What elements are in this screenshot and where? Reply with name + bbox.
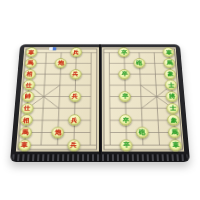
piece-character: 士 [169, 106, 176, 112]
xiangqi-piece-red-advisor[interactable]: 仕 [21, 103, 34, 114]
piece-character: 相 [27, 71, 33, 76]
xiangqi-piece-red-horse[interactable]: 馬 [19, 127, 32, 139]
xiangqi-piece-green-soldier[interactable]: 卒 [119, 115, 132, 127]
xiangqi-piece-red-general[interactable]: 帥 [22, 91, 35, 102]
piece-character: 兵 [72, 94, 78, 100]
xiangqi-piece-green-chariot[interactable]: 車 [162, 48, 174, 58]
xiangqi-piece-green-soldier[interactable]: 卒 [118, 69, 130, 79]
piece-character: 將 [169, 94, 176, 100]
xiangqi-piece-red-cannon[interactable]: 炮 [51, 127, 64, 139]
xiangqi-piece-green-cannon[interactable]: 砲 [135, 127, 148, 139]
xiangqi-piece-red-soldier[interactable]: 兵 [70, 48, 82, 58]
piece-character: 士 [168, 83, 174, 88]
xiangqi-piece-red-chariot[interactable]: 車 [18, 139, 32, 151]
xiangqi-piece-green-advisor[interactable]: 士 [166, 103, 179, 114]
xiangqi-piece-red-elephant[interactable]: 相 [23, 69, 36, 79]
piece-character: 炮 [55, 130, 62, 136]
piece-character: 車 [166, 50, 172, 55]
piece-character: 仕 [24, 106, 31, 112]
xiangqi-piece-red-chariot[interactable]: 車 [25, 48, 37, 58]
xiangqi-piece-red-advisor[interactable]: 仕 [23, 80, 36, 91]
piece-character: 象 [167, 71, 173, 76]
piece-character: 馬 [166, 61, 172, 66]
piece-character: 卒 [122, 94, 128, 100]
xiangqi-piece-green-cannon[interactable]: 砲 [133, 58, 145, 68]
board-half-left: 車馬相仕帥仕相馬車炮炮兵兵兵兵兵 [16, 47, 99, 151]
xiangqi-piece-red-soldier[interactable]: 兵 [67, 139, 80, 151]
brand-sticker [49, 47, 56, 50]
hinge-gap [99, 44, 101, 162]
xiangqi-piece-green-soldier[interactable]: 卒 [120, 139, 133, 151]
piece-character: 兵 [71, 117, 77, 123]
piece-character: 車 [28, 50, 34, 55]
xiangqi-piece-green-horse[interactable]: 馬 [163, 58, 176, 68]
piece-grid-right: 卒卒卒卒卒砲砲車馬象士將士象馬車 [101, 47, 184, 151]
piece-character: 車 [21, 142, 28, 148]
piece-character: 兵 [73, 50, 79, 55]
piece-character: 仕 [26, 83, 32, 88]
xiangqi-piece-green-chariot[interactable]: 車 [169, 139, 183, 151]
piece-character: 卒 [123, 142, 130, 148]
piece-character: 象 [170, 117, 177, 123]
xiangqi-piece-red-soldier[interactable]: 兵 [68, 115, 81, 127]
piece-character: 砲 [139, 130, 146, 136]
board-frame: 車馬相仕帥仕相馬車炮炮兵兵兵兵兵 卒卒卒卒卒砲砲車馬象士將士象馬車 [10, 44, 190, 162]
piece-character: 馬 [27, 61, 33, 66]
xiangqi-piece-red-elephant[interactable]: 相 [20, 115, 33, 127]
xiangqi-piece-green-soldier[interactable]: 卒 [118, 48, 130, 58]
piece-character: 卒 [121, 71, 127, 76]
product-photo: 車馬相仕帥仕相馬車炮炮兵兵兵兵兵 卒卒卒卒卒砲砲車馬象士將士象馬車 [0, 0, 200, 200]
xiangqi-piece-green-general[interactable]: 將 [165, 91, 178, 102]
piece-character: 帥 [25, 94, 32, 100]
xiangqi-piece-red-soldier[interactable]: 兵 [70, 69, 82, 79]
piece-character: 馬 [22, 130, 29, 136]
piece-grid-left: 車馬相仕帥仕相馬車炮炮兵兵兵兵兵 [16, 47, 99, 151]
xiangqi-piece-green-soldier[interactable]: 卒 [119, 91, 131, 102]
piece-character: 卒 [121, 50, 127, 55]
board-half-right: 卒卒卒卒卒砲砲車馬象士將士象馬車 [101, 47, 184, 151]
piece-character: 馬 [171, 130, 178, 136]
xiangqi-piece-red-soldier[interactable]: 兵 [69, 91, 81, 102]
xiangqi-piece-green-elephant[interactable]: 象 [164, 69, 177, 79]
xiangqi-folding-set: 車馬相仕帥仕相馬車炮炮兵兵兵兵兵 卒卒卒卒卒砲砲車馬象士將士象馬車 [10, 44, 190, 162]
piece-character: 車 [172, 142, 179, 148]
xiangqi-piece-green-horse[interactable]: 馬 [168, 127, 181, 139]
piece-character: 卒 [122, 117, 128, 123]
xiangqi-piece-red-cannon[interactable]: 炮 [55, 58, 67, 68]
xiangqi-piece-red-horse[interactable]: 馬 [24, 58, 37, 68]
piece-character: 炮 [58, 61, 64, 66]
piece-character: 兵 [73, 71, 79, 76]
piece-character: 砲 [136, 61, 142, 66]
xiangqi-piece-green-advisor[interactable]: 士 [165, 80, 178, 91]
piece-character: 相 [23, 117, 30, 123]
xiangqi-piece-green-elephant[interactable]: 象 [167, 115, 180, 127]
piece-character: 兵 [71, 142, 78, 148]
frame-ridged-edge [12, 154, 188, 161]
